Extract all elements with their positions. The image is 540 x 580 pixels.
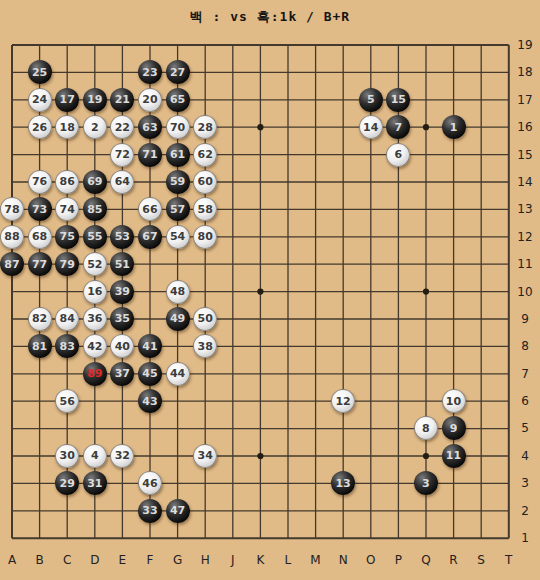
- column-label-D: D: [81, 550, 109, 570]
- move-number: 34: [198, 450, 213, 461]
- stone-C14: 86: [55, 170, 79, 194]
- column-label-L: L: [274, 550, 302, 570]
- stone-E9: 35: [110, 307, 134, 331]
- row-label-9: 9: [511, 305, 539, 332]
- stone-H13: 58: [193, 197, 217, 221]
- move-number: 17: [60, 94, 75, 105]
- move-number: 61: [170, 149, 185, 160]
- move-number: 42: [87, 341, 102, 352]
- stone-E8: 40: [110, 334, 134, 358]
- stone-B13: 73: [28, 197, 52, 221]
- stone-B16: 26: [28, 115, 52, 139]
- move-number: 79: [60, 259, 75, 270]
- row-label-15: 15: [511, 141, 539, 168]
- move-number: 18: [60, 122, 75, 133]
- move-number: 37: [115, 368, 130, 379]
- move-number: 43: [142, 396, 157, 407]
- move-number: 41: [142, 341, 157, 352]
- row-label-8: 8: [511, 333, 539, 360]
- move-number: 47: [170, 505, 185, 516]
- column-label-Q: Q: [412, 550, 440, 570]
- move-number: 3: [422, 478, 430, 489]
- stone-H4: 34: [193, 444, 217, 468]
- stone-F3: 46: [138, 471, 162, 495]
- move-number: 77: [32, 259, 47, 270]
- column-label-R: R: [440, 550, 468, 570]
- stone-G14: 59: [166, 170, 190, 194]
- stone-B17: 24: [28, 88, 52, 112]
- column-label-E: E: [109, 550, 137, 570]
- stone-G17: 65: [166, 88, 190, 112]
- move-number: 69: [87, 176, 102, 187]
- stone-E4: 32: [110, 444, 134, 468]
- stone-E11: 51: [110, 252, 134, 276]
- move-number: 24: [32, 94, 47, 105]
- stone-C3: 29: [55, 471, 79, 495]
- stone-C17: 17: [55, 88, 79, 112]
- stone-B14: 76: [28, 170, 52, 194]
- row-label-16: 16: [511, 113, 539, 140]
- move-number: 85: [87, 204, 102, 215]
- row-label-2: 2: [511, 497, 539, 524]
- row-label-3: 3: [511, 470, 539, 497]
- column-label-A: A: [0, 550, 26, 570]
- move-number: 44: [170, 368, 185, 379]
- move-number: 40: [115, 341, 130, 352]
- stone-F8: 41: [138, 334, 162, 358]
- stone-H15: 62: [193, 143, 217, 167]
- move-number: 36: [87, 313, 102, 324]
- move-number: 21: [115, 94, 130, 105]
- row-label-1: 1: [511, 524, 539, 551]
- stone-P17: 15: [386, 88, 410, 112]
- row-label-5: 5: [511, 415, 539, 442]
- move-number: 65: [170, 94, 185, 105]
- column-labels: ABCDEFGHJKLMNOPQRST: [0, 550, 522, 570]
- stone-G13: 57: [166, 197, 190, 221]
- stone-D13: 85: [83, 197, 107, 221]
- stone-O17: 5: [359, 88, 383, 112]
- row-label-4: 4: [511, 442, 539, 469]
- column-label-F: F: [136, 550, 164, 570]
- row-label-11: 11: [511, 250, 539, 277]
- move-number: 10: [446, 396, 461, 407]
- column-label-H: H: [191, 550, 219, 570]
- stone-G16: 70: [166, 115, 190, 139]
- stone-C13: 74: [55, 197, 79, 221]
- stone-D14: 69: [83, 170, 107, 194]
- move-number: 63: [142, 122, 157, 133]
- move-number: 13: [335, 478, 350, 489]
- row-label-18: 18: [511, 59, 539, 86]
- stone-C9: 84: [55, 307, 79, 331]
- move-number: 28: [198, 122, 213, 133]
- move-number: 62: [198, 149, 213, 160]
- move-number: 45: [142, 368, 157, 379]
- move-number: 8: [422, 423, 430, 434]
- move-number: 49: [170, 313, 185, 324]
- row-label-14: 14: [511, 168, 539, 195]
- column-label-N: N: [329, 550, 357, 570]
- move-number: 39: [115, 286, 130, 297]
- stone-G15: 61: [166, 143, 190, 167]
- move-number: 84: [60, 313, 75, 324]
- stone-D3: 31: [83, 471, 107, 495]
- row-label-7: 7: [511, 360, 539, 387]
- stone-C6: 56: [55, 389, 79, 413]
- stone-D7: 89: [83, 362, 107, 386]
- stone-G9: 49: [166, 307, 190, 331]
- move-number: 16: [87, 286, 102, 297]
- row-label-17: 17: [511, 86, 539, 113]
- column-label-K: K: [247, 550, 275, 570]
- stone-O16: 14: [359, 115, 383, 139]
- move-number: 68: [32, 231, 47, 242]
- stone-E7: 37: [110, 362, 134, 386]
- stone-R5: 9: [442, 416, 466, 440]
- move-number: 86: [60, 176, 75, 187]
- row-label-13: 13: [511, 196, 539, 223]
- move-number: 35: [115, 313, 130, 324]
- stone-D16: 2: [83, 115, 107, 139]
- move-number: 74: [60, 204, 75, 215]
- stone-P16: 7: [386, 115, 410, 139]
- move-number: 52: [87, 259, 102, 270]
- move-number: 72: [115, 149, 130, 160]
- go-board[interactable]: 1234567891011121314151617181920212223242…: [0, 31, 522, 551]
- move-number: 58: [198, 204, 213, 215]
- go-game-diagram: 백 : vs 흑:1k / B+R 1234567891011121314151…: [0, 0, 540, 580]
- stone-R4: 11: [442, 444, 466, 468]
- stone-E16: 22: [110, 115, 134, 139]
- stone-H8: 38: [193, 334, 217, 358]
- move-number: 70: [170, 122, 185, 133]
- move-number: 5: [367, 94, 375, 105]
- stone-C8: 83: [55, 334, 79, 358]
- stone-F2: 33: [138, 499, 162, 523]
- move-number: 27: [170, 67, 185, 78]
- move-number: 53: [115, 231, 130, 242]
- move-number: 80: [198, 231, 213, 242]
- stone-D8: 42: [83, 334, 107, 358]
- move-number: 73: [32, 204, 47, 215]
- column-label-S: S: [467, 550, 495, 570]
- stone-C16: 18: [55, 115, 79, 139]
- row-labels: 19181716151413121110987654321: [511, 31, 539, 551]
- move-number: 56: [60, 396, 75, 407]
- move-number: 9: [450, 423, 458, 434]
- move-number: 71: [142, 149, 157, 160]
- row-label-10: 10: [511, 278, 539, 305]
- stone-N3: 13: [331, 471, 355, 495]
- move-number: 2: [91, 122, 99, 133]
- move-number: 31: [87, 478, 102, 489]
- move-number: 55: [87, 231, 102, 242]
- move-number: 32: [115, 450, 130, 461]
- move-number: 12: [335, 396, 350, 407]
- move-number: 66: [142, 204, 157, 215]
- stone-C4: 30: [55, 444, 79, 468]
- stone-E15: 72: [110, 143, 134, 167]
- column-label-B: B: [26, 550, 54, 570]
- move-number: 51: [115, 259, 130, 270]
- move-number: 50: [198, 313, 213, 324]
- stone-D9: 36: [83, 307, 107, 331]
- stone-A11: 87: [0, 252, 24, 276]
- stone-H9: 50: [193, 307, 217, 331]
- stone-B12: 68: [28, 225, 52, 249]
- move-number: 19: [87, 94, 102, 105]
- stone-R16: 1: [442, 115, 466, 139]
- stone-E10: 39: [110, 280, 134, 304]
- stone-D10: 16: [83, 280, 107, 304]
- stone-F17: 20: [138, 88, 162, 112]
- move-number: 29: [60, 478, 75, 489]
- move-number: 23: [142, 67, 157, 78]
- stone-E17: 21: [110, 88, 134, 112]
- stone-D12: 55: [83, 225, 107, 249]
- column-label-C: C: [53, 550, 81, 570]
- column-label-T: T: [495, 550, 523, 570]
- row-label-6: 6: [511, 387, 539, 414]
- stone-G18: 27: [166, 60, 190, 84]
- stone-B8: 81: [28, 334, 52, 358]
- stone-A13: 78: [0, 197, 24, 221]
- stone-G2: 47: [166, 499, 190, 523]
- stone-H14: 60: [193, 170, 217, 194]
- move-number: 57: [170, 204, 185, 215]
- move-number: 76: [32, 176, 47, 187]
- stone-C11: 79: [55, 252, 79, 276]
- column-label-O: O: [357, 550, 385, 570]
- stone-F15: 71: [138, 143, 162, 167]
- move-number: 81: [32, 341, 47, 352]
- stone-F12: 67: [138, 225, 162, 249]
- stone-F6: 43: [138, 389, 162, 413]
- stone-F16: 63: [138, 115, 162, 139]
- stone-B11: 77: [28, 252, 52, 276]
- stone-P15: 6: [386, 143, 410, 167]
- move-number: 6: [394, 149, 402, 160]
- move-number: 78: [4, 204, 19, 215]
- move-number: 33: [142, 505, 157, 516]
- stone-F7: 45: [138, 362, 162, 386]
- row-label-12: 12: [511, 223, 539, 250]
- move-number: 67: [142, 231, 157, 242]
- stone-F18: 23: [138, 60, 162, 84]
- stone-G10: 48: [166, 280, 190, 304]
- column-label-J: J: [219, 550, 247, 570]
- move-number: 15: [391, 94, 406, 105]
- stone-Q5: 8: [414, 416, 438, 440]
- move-number: 22: [115, 122, 130, 133]
- move-number: 25: [32, 67, 47, 78]
- stone-Q3: 3: [414, 471, 438, 495]
- move-number: 59: [170, 176, 185, 187]
- move-number: 64: [115, 176, 130, 187]
- move-number: 30: [60, 450, 75, 461]
- move-number: 54: [170, 231, 185, 242]
- move-number: 82: [32, 313, 47, 324]
- move-number: 88: [4, 231, 19, 242]
- move-number: 7: [394, 122, 402, 133]
- stone-D4: 4: [83, 444, 107, 468]
- stone-B18: 25: [28, 60, 52, 84]
- move-number: 38: [198, 341, 213, 352]
- row-label-19: 19: [511, 31, 539, 58]
- move-number: 26: [32, 122, 47, 133]
- stone-F13: 66: [138, 197, 162, 221]
- stone-E12: 53: [110, 225, 134, 249]
- stone-C12: 75: [55, 225, 79, 249]
- move-number: 46: [142, 478, 157, 489]
- move-number: 87: [4, 259, 19, 270]
- stone-D11: 52: [83, 252, 107, 276]
- move-number: 4: [91, 450, 99, 461]
- move-number: 60: [198, 176, 213, 187]
- stone-E14: 64: [110, 170, 134, 194]
- column-label-P: P: [385, 550, 413, 570]
- stone-H12: 80: [193, 225, 217, 249]
- move-number: 75: [60, 231, 75, 242]
- column-label-G: G: [164, 550, 192, 570]
- stone-B9: 82: [28, 307, 52, 331]
- stone-A12: 88: [0, 225, 24, 249]
- move-number: 14: [363, 122, 378, 133]
- column-label-M: M: [302, 550, 330, 570]
- move-number: 20: [142, 94, 157, 105]
- move-number: 48: [170, 286, 185, 297]
- move-number: 89: [87, 368, 102, 379]
- stone-R6: 10: [442, 389, 466, 413]
- move-number: 1: [450, 122, 458, 133]
- stone-D17: 19: [83, 88, 107, 112]
- stone-G12: 54: [166, 225, 190, 249]
- stone-H16: 28: [193, 115, 217, 139]
- stone-N6: 12: [331, 389, 355, 413]
- move-number: 83: [60, 341, 75, 352]
- stone-G7: 44: [166, 362, 190, 386]
- move-number: 11: [446, 450, 461, 461]
